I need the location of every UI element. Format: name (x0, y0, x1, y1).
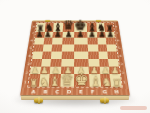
square-g1[interactable]: ♞ (100, 74, 111, 86)
square-h5[interactable] (107, 45, 117, 52)
white-pawn[interactable]: ♟ (111, 66, 119, 75)
square-c5[interactable] (52, 45, 63, 52)
square-a4[interactable] (32, 52, 42, 59)
square-e4[interactable] (74, 52, 88, 59)
rank-label-right-8: 8 (114, 23, 119, 30)
square-h4[interactable] (108, 52, 118, 59)
rank-label-right-2: 2 (120, 68, 126, 77)
white-king[interactable]: ♚ (74, 71, 89, 88)
square-c7[interactable]: ♟ (53, 32, 63, 38)
chess-board: ♜♞♝♛♚♝♞♜♟♟♟♟♟♟♟♟♟♟♟♟♟♟♟♟♜♞♝♛♚♝♞♜ ABCDEFG… (20, 20, 130, 96)
square-e5[interactable] (74, 45, 87, 52)
rank-label-right-7: 7 (115, 30, 120, 37)
square-b4[interactable] (42, 52, 52, 59)
white-rook[interactable]: ♜ (29, 78, 38, 88)
square-f7[interactable]: ♟ (87, 32, 97, 38)
photo-backdrop: ♜♞♝♛♚♝♞♜♟♟♟♟♟♟♟♟♟♟♟♟♟♟♟♟♜♞♝♛♚♝♞♜ ABCDEFG… (0, 0, 150, 113)
black-pawn[interactable]: ♟ (36, 31, 43, 39)
white-knight[interactable]: ♞ (38, 76, 49, 88)
white-bishop[interactable]: ♝ (89, 75, 101, 88)
rank-label-right-3: 3 (119, 60, 125, 69)
square-h1[interactable]: ♜ (110, 74, 122, 86)
square-d1[interactable]: ♛ (61, 74, 75, 86)
rank-label-right-5: 5 (117, 44, 122, 52)
black-pawn[interactable]: ♟ (54, 31, 61, 39)
brass-clasp-left (34, 98, 43, 103)
white-knight[interactable]: ♞ (101, 76, 112, 88)
white-queen[interactable]: ♛ (61, 73, 75, 88)
rank-label-right-4: 4 (118, 52, 124, 60)
square-b7[interactable]: ♟ (44, 32, 53, 38)
rank-label-right-6: 6 (116, 37, 121, 44)
square-f4[interactable] (88, 52, 99, 59)
black-pawn[interactable]: ♟ (98, 31, 105, 39)
white-bishop[interactable]: ♝ (49, 75, 61, 88)
white-rook[interactable]: ♜ (112, 78, 121, 88)
square-e7[interactable]: ♟ (74, 32, 87, 38)
square-h7[interactable]: ♟ (105, 32, 114, 38)
black-pawn[interactable]: ♟ (107, 31, 114, 39)
rank-label-right-1: 1 (121, 77, 127, 87)
black-pawn[interactable]: ♟ (77, 31, 84, 39)
black-pawn[interactable]: ♟ (88, 31, 95, 39)
square-c4[interactable] (51, 52, 62, 59)
white-pawn[interactable]: ♟ (31, 66, 39, 75)
square-g7[interactable]: ♟ (97, 32, 106, 38)
square-f5[interactable] (87, 45, 98, 52)
square-a2[interactable]: ♟ (30, 66, 41, 74)
watermark (120, 106, 147, 110)
black-pawn[interactable]: ♟ (65, 31, 72, 39)
square-e1[interactable]: ♚ (74, 74, 89, 86)
square-h2[interactable]: ♟ (109, 66, 120, 74)
square-d5[interactable] (62, 45, 74, 52)
square-f1[interactable]: ♝ (89, 74, 101, 86)
square-d4[interactable] (62, 52, 74, 59)
brass-clasp-right (100, 98, 109, 103)
board-grid: ♜♞♝♛♚♝♞♜♟♟♟♟♟♟♟♟♟♟♟♟♟♟♟♟♜♞♝♛♚♝♞♜ (28, 23, 121, 87)
black-pawn[interactable]: ♟ (45, 31, 52, 39)
